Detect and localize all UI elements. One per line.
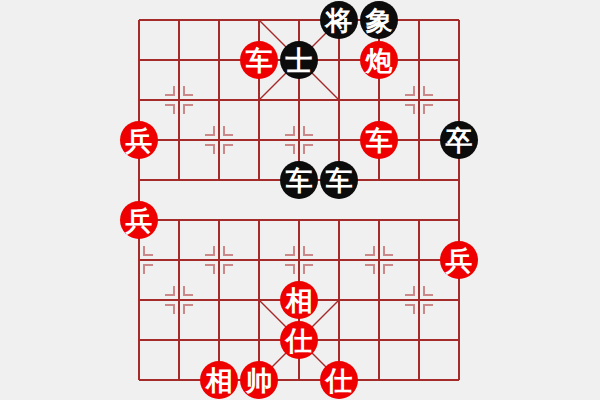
black-elephant-piece[interactable]: 象 [360,1,398,39]
red-advisor-piece[interactable]: 仕 [320,361,358,399]
red-chariot-piece[interactable]: 车 [240,41,278,79]
black-soldier-piece[interactable]: 卒 [440,121,478,159]
xiangqi-board[interactable]: 将象车士炮兵车卒车车兵兵相仕相帅仕 [0,0,600,400]
red-soldier-piece[interactable]: 兵 [120,121,158,159]
piece-grid: 将象车士炮兵车卒车车兵兵相仕相帅仕 [119,0,479,400]
red-chariot-piece[interactable]: 车 [360,121,398,159]
red-general-piece[interactable]: 帅 [240,361,278,399]
red-elephant-piece[interactable]: 相 [280,281,318,319]
black-chariot-piece[interactable]: 车 [280,161,318,199]
red-soldier-piece[interactable]: 兵 [440,241,478,279]
red-cannon-piece[interactable]: 炮 [360,41,398,79]
red-soldier-piece[interactable]: 兵 [120,201,158,239]
red-elephant-piece[interactable]: 相 [200,361,238,399]
black-general-piece[interactable]: 将 [320,1,358,39]
black-advisor-piece[interactable]: 士 [280,41,318,79]
red-advisor-piece[interactable]: 仕 [280,321,318,359]
black-chariot-piece[interactable]: 车 [320,161,358,199]
